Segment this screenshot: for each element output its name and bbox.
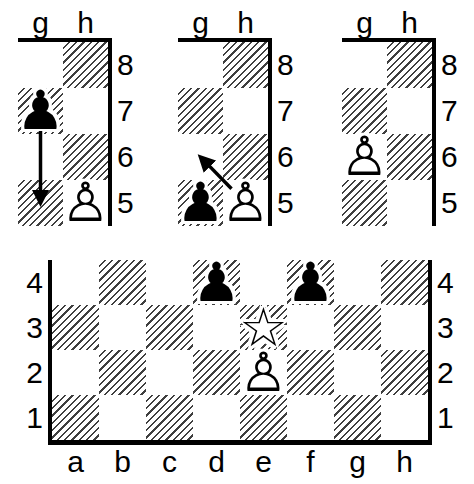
black-pawn-icon: ♟ [286,256,334,310]
board-grid: ♟♙ [342,42,432,226]
file-label-e: e [240,447,287,477]
file-label-h: h [63,8,108,38]
rank-label-8: 8 [441,42,469,88]
mini-board-3: gh ♟♙ 8765 [342,8,469,226]
rank-label-4: 4 [22,260,43,305]
square-h7 [63,88,108,134]
rank-label-7: 7 [117,88,145,134]
square-h2 [381,350,428,395]
white-pawn-e2: ♟♙ [240,350,287,395]
square-h8 [63,42,108,88]
square-h3 [381,305,428,350]
rank-label-7: 7 [441,88,469,134]
square-g8 [342,42,387,88]
rank-label-6: 6 [117,134,145,180]
rank-label-1: 1 [22,395,43,440]
white-pawn-icon: ♙ [61,176,109,230]
square-g7 [178,88,223,134]
file-label-b: b [99,447,146,477]
square-a1 [52,395,99,440]
rank-label-6: 6 [277,134,305,180]
square-a2 [52,350,99,395]
file-label-h: h [381,447,428,477]
file-label-d: d [193,447,240,477]
rank-label-5: 5 [277,180,305,226]
file-labels: gh [18,8,145,38]
square-b1 [99,395,146,440]
file-label-h: h [387,8,432,38]
square-c2 [146,350,193,395]
board-grid: ♟♟♟♙ [18,42,108,226]
board-grid: ♟♟♟♙ [178,42,268,226]
white-pawn-icon: ♙ [239,346,287,400]
rank-label-4: 4 [437,260,458,305]
file-label-a: a [52,447,99,477]
mini-board-2: gh ♟♟♟♙ 8765 [178,8,305,226]
square-g4 [334,260,381,305]
white-pawn-h5: ♟♙ [63,180,108,226]
square-b3 [99,305,146,350]
square-b4 [99,260,146,305]
square-f2 [287,350,334,395]
square-g8 [178,42,223,88]
square-h5 [387,180,432,226]
rank-label-5: 5 [441,180,469,226]
file-label-g: g [342,8,387,38]
white-pawn-g6: ♟♙ [342,134,387,180]
black-pawn-g5: ♟♟ [178,180,223,226]
rank-label-2: 2 [437,350,458,395]
rank-label-2: 2 [22,350,43,395]
square-a4 [52,260,99,305]
square-a3 [52,305,99,350]
square-g5 [18,180,63,226]
black-pawn-icon: ♟ [176,176,224,230]
rank-label-3: 3 [22,305,43,350]
mini-board-1: gh ♟♟♟♙ 8765 [18,8,145,226]
black-pawn-d4: ♟♟ [193,260,240,305]
square-h8 [223,42,268,88]
rank-label-7: 7 [277,88,305,134]
square-g3 [334,305,381,350]
square-h7 [223,88,268,134]
white-pawn-icon: ♙ [340,130,388,184]
black-pawn-icon: ♟ [16,84,64,138]
rank-labels: 8765 [112,42,145,226]
rank-label-1: 1 [437,395,458,440]
rank-labels-right: 4321 [432,260,458,440]
square-g1 [334,395,381,440]
square-h6 [387,134,432,180]
main-board: 4321 ♟♟♟♟★☆♟♙ 4321 abcdefgh [22,260,458,477]
square-h8 [387,42,432,88]
file-label-g: g [178,8,223,38]
square-f1 [287,395,334,440]
rank-label-3: 3 [437,305,458,350]
rank-label-5: 5 [117,180,145,226]
board-bottom-border [48,440,432,445]
rank-labels-left: 4321 [22,260,48,440]
square-b2 [99,350,146,395]
file-label-f: f [287,447,334,477]
file-label-c: c [146,447,193,477]
square-h7 [387,88,432,134]
black-pawn-g7: ♟♟ [18,88,63,134]
square-c1 [146,395,193,440]
file-labels: gh [342,8,469,38]
square-c4 [146,260,193,305]
rank-label-8: 8 [277,42,305,88]
file-label-g: g [334,447,381,477]
square-g2 [334,350,381,395]
file-label-g: g [18,8,63,38]
chess-lesson-page: gh ♟♟♟♙ 8765 gh ♟♟♟♙ 8765 gh ♟♙ 8765 432… [0,0,474,484]
black-pawn-f4: ♟♟ [287,260,334,305]
board-grid: ♟♟♟♟★☆♟♙ [52,260,428,440]
square-h1 [381,395,428,440]
black-pawn-icon: ♟ [192,256,240,310]
file-labels: gh [178,8,305,38]
rank-labels: 8765 [436,42,469,226]
white-pawn-h5: ♟♙ [223,180,268,226]
file-label-h: h [223,8,268,38]
rank-label-6: 6 [441,134,469,180]
rank-label-8: 8 [117,42,145,88]
white-pawn-icon: ♙ [221,176,269,230]
square-d1 [193,395,240,440]
square-c3 [146,305,193,350]
file-labels: abcdefgh [52,447,458,477]
square-d2 [193,350,240,395]
rank-labels: 8765 [272,42,305,226]
square-h4 [381,260,428,305]
